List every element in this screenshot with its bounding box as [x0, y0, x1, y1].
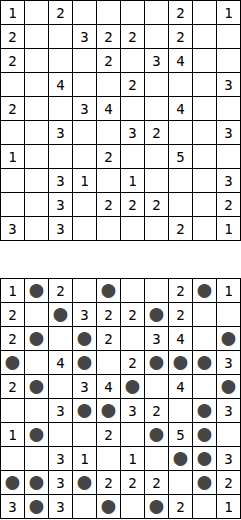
- puzzle-cell-r1c1[interactable]: 1: [1, 1, 25, 25]
- solution-cell-r4c3: 4: [49, 351, 73, 375]
- solution-cell-r10c4: [73, 495, 97, 519]
- puzzle-cell-r10c9[interactable]: [193, 217, 217, 241]
- puzzle-cell-r3c6[interactable]: [121, 49, 145, 73]
- solution-cell-r5c8: 4: [169, 375, 193, 399]
- solution-cell-r10c8: 2: [169, 495, 193, 519]
- puzzle-cell-r3c8[interactable]: 4: [169, 49, 193, 73]
- puzzle-cell-r1c3[interactable]: 2: [49, 1, 73, 25]
- solution-cell-r5c1: 2: [1, 375, 25, 399]
- puzzle-cell-r1c4[interactable]: [73, 1, 97, 25]
- solution-cell-r9c6: 2: [121, 471, 145, 495]
- solution-cell-r7c5: 2: [97, 423, 121, 447]
- puzzle-cell-r7c2[interactable]: [25, 145, 49, 169]
- puzzle-cell-r10c5[interactable]: [97, 217, 121, 241]
- puzzle-cell-r4c4[interactable]: [73, 73, 97, 97]
- mine-icon: ●: [174, 350, 188, 373]
- solution-cell-r5c7: [145, 375, 169, 399]
- solution-cell-r10c3: 3: [49, 495, 73, 519]
- solution-cell-r2c3: ●: [49, 303, 73, 327]
- puzzle-cell-r5c1[interactable]: 2: [1, 97, 25, 121]
- puzzle-cell-r2c9[interactable]: [193, 25, 217, 49]
- mine-icon: ●: [30, 326, 44, 349]
- solution-cell-r8c6: 1: [121, 447, 145, 471]
- puzzle-cell-r8c10[interactable]: 3: [217, 169, 241, 193]
- puzzle-cell-r6c8[interactable]: [169, 121, 193, 145]
- puzzle-cell-r2c10[interactable]: [217, 25, 241, 49]
- solution-cell-r3c6: [121, 327, 145, 351]
- solution-cell-r5c3: [49, 375, 73, 399]
- puzzle-cell-r8c6[interactable]: 1: [121, 169, 145, 193]
- solution-cell-r4c8: ●: [169, 351, 193, 375]
- solution-cell-r9c10: 2: [217, 471, 241, 495]
- solution-cell-r4c7: ●: [145, 351, 169, 375]
- solution-cell-r4c4: ●: [73, 351, 97, 375]
- mine-icon: ●: [222, 326, 236, 349]
- puzzle-cell-r8c8[interactable]: [169, 169, 193, 193]
- puzzle-cell-r10c8[interactable]: 2: [169, 217, 193, 241]
- solution-cell-r7c10: [217, 423, 241, 447]
- mine-icon: ●: [30, 470, 44, 493]
- puzzle-cell-r9c4[interactable]: [73, 193, 97, 217]
- puzzle-cell-r9c8[interactable]: [169, 193, 193, 217]
- puzzle-cell-r2c3[interactable]: [49, 25, 73, 49]
- solution-cell-r1c1: 1: [1, 279, 25, 303]
- puzzle-cell-r8c2[interactable]: [25, 169, 49, 193]
- puzzle-cell-r9c2[interactable]: [25, 193, 49, 217]
- puzzle-cell-r2c8[interactable]: 2: [169, 25, 193, 49]
- mine-icon: ●: [150, 302, 164, 325]
- puzzle-cell-r1c8[interactable]: 2: [169, 1, 193, 25]
- puzzle-cell-r5c10[interactable]: [217, 97, 241, 121]
- mine-icon: ●: [30, 374, 44, 397]
- solution-cell-r4c1: ●: [1, 351, 25, 375]
- puzzle-cell-r4c5[interactable]: [97, 73, 121, 97]
- mine-icon: ●: [198, 446, 212, 469]
- mine-icon: ●: [198, 278, 212, 301]
- solution-cell-r5c2: ●: [25, 375, 49, 399]
- puzzle-cell-r5c7[interactable]: [145, 97, 169, 121]
- puzzle-cell-r9c7[interactable]: 2: [145, 193, 169, 217]
- puzzle-cell-r3c9[interactable]: [193, 49, 217, 73]
- puzzle-cell-r9c1[interactable]: [1, 193, 25, 217]
- solution-cell-r1c9: ●: [193, 279, 217, 303]
- puzzle-cell-r6c6[interactable]: 3: [121, 121, 145, 145]
- mine-icon: ●: [198, 350, 212, 373]
- mine-icon: ●: [30, 494, 44, 517]
- mine-icon: ●: [150, 494, 164, 517]
- mine-icon: ●: [150, 350, 164, 373]
- mine-icon: ●: [6, 350, 20, 373]
- mine-icon: ●: [222, 374, 236, 397]
- solution-cell-r10c7: ●: [145, 495, 169, 519]
- puzzle-cell-r3c7[interactable]: 3: [145, 49, 169, 73]
- puzzle-cell-r4c1[interactable]: [1, 73, 25, 97]
- puzzle-cell-r8c1[interactable]: [1, 169, 25, 193]
- puzzle-cell-r4c10[interactable]: 3: [217, 73, 241, 97]
- mine-icon: ●: [54, 302, 68, 325]
- mine-icon: ●: [126, 374, 140, 397]
- solution-cell-r8c5: [97, 447, 121, 471]
- solution-cell-r7c4: [73, 423, 97, 447]
- solution-cell-r5c10: ●: [217, 375, 241, 399]
- solution-cell-r10c1: 3: [1, 495, 25, 519]
- solution-cell-r7c7: ●: [145, 423, 169, 447]
- solution-cell-r1c5: ●: [97, 279, 121, 303]
- mine-icon: ●: [6, 470, 20, 493]
- puzzle-cell-r9c6[interactable]: 2: [121, 193, 145, 217]
- puzzle-cell-r3c3[interactable]: [49, 49, 73, 73]
- solution-cell-r2c7: ●: [145, 303, 169, 327]
- puzzle-cell-r7c3[interactable]: [49, 145, 73, 169]
- puzzle-cell-r6c9[interactable]: [193, 121, 217, 145]
- puzzle-cell-r2c7[interactable]: [145, 25, 169, 49]
- puzzle-cell-r10c10[interactable]: 1: [217, 217, 241, 241]
- minesweeper-puzzle-board: 1221232222234423234433231253113322223321: [0, 0, 241, 241]
- solution-cell-r3c2: ●: [25, 327, 49, 351]
- puzzle-cell-r4c3[interactable]: 4: [49, 73, 73, 97]
- puzzle-cell-r5c3[interactable]: [49, 97, 73, 121]
- puzzle-cell-r1c10[interactable]: 1: [217, 1, 241, 25]
- solution-cell-r7c3: [49, 423, 73, 447]
- solution-cell-r6c6: 3: [121, 399, 145, 423]
- mine-icon: ●: [30, 278, 44, 301]
- puzzle-cell-r5c8[interactable]: 4: [169, 97, 193, 121]
- puzzle-cell-r7c1[interactable]: 1: [1, 145, 25, 169]
- puzzle-cell-r10c2[interactable]: [25, 217, 49, 241]
- puzzle-cell-r3c4[interactable]: [73, 49, 97, 73]
- puzzle-cell-r4c6[interactable]: 2: [121, 73, 145, 97]
- solution-cell-r6c3: 3: [49, 399, 73, 423]
- solution-cell-r10c6: [121, 495, 145, 519]
- puzzle-cell-r4c9[interactable]: [193, 73, 217, 97]
- solution-cell-r8c7: [145, 447, 169, 471]
- solution-cell-r2c9: [193, 303, 217, 327]
- minesweeper-solution-board: 1●2●2●12●322●22●●234●●4●2●●●32●34●4●3●●3…: [0, 278, 241, 519]
- puzzle-cell-r8c3[interactable]: 3: [49, 169, 73, 193]
- puzzle-cell-r4c7[interactable]: [145, 73, 169, 97]
- solution-cell-r3c5: 2: [97, 327, 121, 351]
- puzzle-cell-r7c5[interactable]: 2: [97, 145, 121, 169]
- puzzle-cell-r2c4[interactable]: 3: [73, 25, 97, 49]
- solution-cell-r2c1: 2: [1, 303, 25, 327]
- puzzle-cell-r6c5[interactable]: [97, 121, 121, 145]
- puzzle-cell-r7c10[interactable]: [217, 145, 241, 169]
- mine-icon: ●: [78, 470, 92, 493]
- puzzle-cell-r9c9[interactable]: [193, 193, 217, 217]
- solution-cell-r10c10: 1: [217, 495, 241, 519]
- puzzle-cell-r9c3[interactable]: 3: [49, 193, 73, 217]
- mine-icon: ●: [150, 422, 164, 445]
- mine-icon: ●: [102, 494, 116, 517]
- puzzle-cell-r10c7[interactable]: [145, 217, 169, 241]
- puzzle-cell-r9c10[interactable]: 2: [217, 193, 241, 217]
- puzzle-cell-r2c6[interactable]: 2: [121, 25, 145, 49]
- solution-cell-r5c6: ●: [121, 375, 145, 399]
- solution-cell-r2c8: 2: [169, 303, 193, 327]
- solution-cell-r9c3: 3: [49, 471, 73, 495]
- puzzle-cell-r8c5[interactable]: [97, 169, 121, 193]
- minesweeper-page: 1221232222234423234433231253113322223321…: [0, 0, 241, 520]
- puzzle-cell-r6c1[interactable]: [1, 121, 25, 145]
- solution-cell-r7c1: 1: [1, 423, 25, 447]
- solution-cell-r6c1: [1, 399, 25, 423]
- puzzle-cell-r3c5[interactable]: 2: [97, 49, 121, 73]
- puzzle-cell-r5c4[interactable]: 3: [73, 97, 97, 121]
- solution-cell-r7c6: [121, 423, 145, 447]
- puzzle-cell-r3c1[interactable]: 2: [1, 49, 25, 73]
- solution-cell-r3c10: ●: [217, 327, 241, 351]
- mine-icon: ●: [78, 350, 92, 373]
- mine-icon: ●: [78, 398, 92, 421]
- puzzle-cell-r6c10[interactable]: 3: [217, 121, 241, 145]
- solution-cell-r8c10: 3: [217, 447, 241, 471]
- puzzle-cell-r8c7[interactable]: [145, 169, 169, 193]
- solution-cell-r6c4: ●: [73, 399, 97, 423]
- puzzle-cell-r6c4[interactable]: [73, 121, 97, 145]
- solution-cell-r6c8: [169, 399, 193, 423]
- solution-cell-r1c8: 2: [169, 279, 193, 303]
- puzzle-cell-r1c2[interactable]: [25, 1, 49, 25]
- mine-icon: ●: [78, 326, 92, 349]
- mine-icon: ●: [198, 422, 212, 445]
- solution-cell-r10c9: [193, 495, 217, 519]
- solution-cell-r10c2: ●: [25, 495, 49, 519]
- solution-cell-r4c5: [97, 351, 121, 375]
- solution-cell-r6c5: ●: [97, 399, 121, 423]
- solution-cell-r6c10: 3: [217, 399, 241, 423]
- solution-cell-r8c8: ●: [169, 447, 193, 471]
- puzzle-cell-r6c2[interactable]: [25, 121, 49, 145]
- puzzle-cell-r1c7[interactable]: [145, 1, 169, 25]
- puzzle-cell-r10c3[interactable]: 3: [49, 217, 73, 241]
- puzzle-cell-r5c9[interactable]: [193, 97, 217, 121]
- solution-cell-r7c2: ●: [25, 423, 49, 447]
- puzzle-cell-r3c10[interactable]: [217, 49, 241, 73]
- puzzle-cell-r4c8[interactable]: [169, 73, 193, 97]
- puzzle-cell-r2c2[interactable]: [25, 25, 49, 49]
- puzzle-cell-r5c5[interactable]: 4: [97, 97, 121, 121]
- puzzle-cell-r2c5[interactable]: 2: [97, 25, 121, 49]
- puzzle-cell-r7c9[interactable]: [193, 145, 217, 169]
- puzzle-cell-r1c6[interactable]: [121, 1, 145, 25]
- solution-cell-r8c3: 3: [49, 447, 73, 471]
- puzzle-cell-r5c2[interactable]: [25, 97, 49, 121]
- puzzle-cell-r4c2[interactable]: [25, 73, 49, 97]
- puzzle-cell-r2c1[interactable]: 2: [1, 25, 25, 49]
- puzzle-cell-r3c2[interactable]: [25, 49, 49, 73]
- puzzle-cell-r7c7[interactable]: [145, 145, 169, 169]
- puzzle-cell-r1c9[interactable]: [193, 1, 217, 25]
- solution-cell-r1c10: 1: [217, 279, 241, 303]
- puzzle-cell-r10c6[interactable]: [121, 217, 145, 241]
- solution-cell-r9c8: [169, 471, 193, 495]
- solution-cell-r9c9: ●: [193, 471, 217, 495]
- solution-cell-r2c6: 2: [121, 303, 145, 327]
- solution-cell-r3c3: [49, 327, 73, 351]
- mine-icon: ●: [198, 470, 212, 493]
- mine-icon: ●: [30, 422, 44, 445]
- solution-cell-r9c1: ●: [1, 471, 25, 495]
- puzzle-cell-r10c1[interactable]: 3: [1, 217, 25, 241]
- puzzle-cell-r10c4[interactable]: [73, 217, 97, 241]
- puzzle-cell-r9c5[interactable]: 2: [97, 193, 121, 217]
- puzzle-cell-r6c7[interactable]: 2: [145, 121, 169, 145]
- solution-cell-r1c4: [73, 279, 97, 303]
- solution-cell-r9c4: ●: [73, 471, 97, 495]
- puzzle-cell-r7c8[interactable]: 5: [169, 145, 193, 169]
- puzzle-cell-r8c4[interactable]: 1: [73, 169, 97, 193]
- puzzle-cell-r8c9[interactable]: [193, 169, 217, 193]
- solution-cell-r1c2: ●: [25, 279, 49, 303]
- puzzle-cell-r7c6[interactable]: [121, 145, 145, 169]
- puzzle-cell-r5c6[interactable]: [121, 97, 145, 121]
- mine-icon: ●: [174, 446, 188, 469]
- mine-icon: ●: [102, 398, 116, 421]
- solution-cell-r2c5: 2: [97, 303, 121, 327]
- puzzle-cell-r6c3[interactable]: 3: [49, 121, 73, 145]
- mine-icon: ●: [198, 398, 212, 421]
- solution-cell-r4c9: ●: [193, 351, 217, 375]
- puzzle-cell-r1c5[interactable]: [97, 1, 121, 25]
- solution-cell-r10c5: ●: [97, 495, 121, 519]
- solution-cell-r1c6: [121, 279, 145, 303]
- mine-icon: ●: [102, 278, 116, 301]
- puzzle-cell-r7c4[interactable]: [73, 145, 97, 169]
